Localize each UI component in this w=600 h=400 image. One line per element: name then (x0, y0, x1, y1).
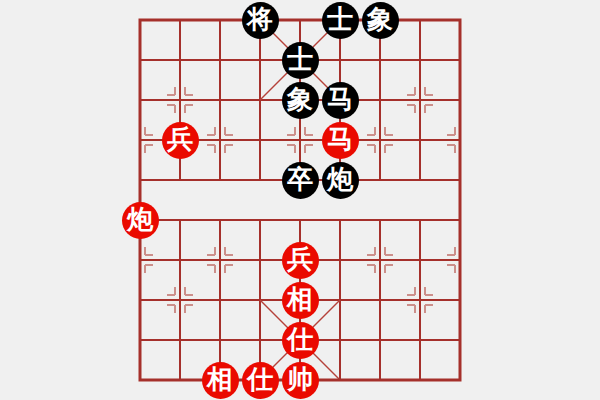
red-elephant-piece[interactable]: 相 (202, 362, 239, 399)
board-intersection[interactable]: 兵 (280, 240, 320, 280)
board-intersection[interactable] (240, 120, 280, 160)
board-intersection[interactable] (400, 360, 440, 400)
board-intersection[interactable] (120, 40, 160, 80)
board-intersection[interactable] (200, 0, 240, 40)
board-intersection[interactable] (200, 80, 240, 120)
board-intersection[interactable] (160, 280, 200, 320)
board-intersection[interactable]: 马 (320, 80, 360, 120)
black-general-piece[interactable]: 将 (242, 2, 279, 39)
board-intersection[interactable] (400, 200, 440, 240)
board-intersection[interactable]: 相 (280, 280, 320, 320)
board-intersection[interactable] (400, 80, 440, 120)
piece-glyph: 象 (287, 86, 313, 112)
board-intersection[interactable] (440, 360, 480, 400)
board-intersection[interactable] (200, 160, 240, 200)
piece-glyph: 马 (327, 126, 353, 152)
black-advisor-piece[interactable]: 士 (322, 2, 359, 39)
board-intersection[interactable] (400, 160, 440, 200)
board-intersection[interactable] (440, 320, 480, 360)
red-cannon-piece[interactable]: 炮 (122, 202, 159, 239)
piece-glyph: 马 (327, 86, 353, 112)
board-intersection[interactable]: 将 (240, 0, 280, 40)
board-intersection[interactable] (240, 200, 280, 240)
board-intersection[interactable] (240, 240, 280, 280)
board-intersection[interactable] (240, 280, 280, 320)
board-intersection[interactable] (400, 240, 440, 280)
piece-glyph: 帅 (287, 366, 313, 392)
board-intersection[interactable]: 卒 (280, 160, 320, 200)
board-intersection[interactable] (400, 280, 440, 320)
red-horse-piece[interactable]: 马 (322, 122, 359, 159)
board-intersection[interactable] (200, 320, 240, 360)
board-intersection[interactable] (440, 240, 480, 280)
piece-glyph: 兵 (167, 126, 193, 152)
black-cannon-piece[interactable]: 炮 (322, 162, 359, 199)
board-intersection[interactable] (160, 40, 200, 80)
board-intersection[interactable]: 帅 (280, 360, 320, 400)
board-intersection[interactable] (120, 240, 160, 280)
board-intersection[interactable] (360, 80, 400, 120)
board-intersection[interactable] (440, 80, 480, 120)
board-intersection[interactable] (200, 240, 240, 280)
board-intersection[interactable] (240, 160, 280, 200)
board-intersection[interactable]: 相 (200, 360, 240, 400)
black-advisor-piece[interactable]: 士 (282, 42, 319, 79)
board-intersection[interactable] (440, 160, 480, 200)
piece-glyph: 兵 (287, 246, 313, 272)
board-intersection[interactable] (200, 120, 240, 160)
piece-glyph: 士 (327, 6, 353, 32)
board-intersection[interactable] (280, 0, 320, 40)
board-intersection[interactable] (280, 200, 320, 240)
board-intersection[interactable] (240, 80, 280, 120)
board-intersection[interactable] (160, 200, 200, 240)
board-intersection[interactable] (320, 320, 360, 360)
board-intersection[interactable] (400, 320, 440, 360)
board-intersection[interactable]: 士 (320, 0, 360, 40)
board-intersection[interactable]: 象 (280, 80, 320, 120)
board-intersection[interactable] (160, 0, 200, 40)
board-intersection[interactable] (360, 360, 400, 400)
board-intersection[interactable] (440, 40, 480, 80)
board-intersection[interactable] (440, 200, 480, 240)
board-intersection[interactable] (120, 320, 160, 360)
board-intersection[interactable]: 兵 (160, 120, 200, 160)
board-intersection[interactable] (200, 280, 240, 320)
piece-glyph: 仕 (247, 366, 273, 392)
piece-glyph: 士 (287, 46, 313, 72)
board-intersection[interactable] (320, 200, 360, 240)
board-intersection[interactable] (200, 40, 240, 80)
board-intersection[interactable] (120, 160, 160, 200)
board-intersection[interactable]: 仕 (280, 320, 320, 360)
board-intersection[interactable] (120, 280, 160, 320)
board-intersection[interactable]: 象 (360, 0, 400, 40)
black-soldier-piece[interactable]: 卒 (282, 162, 319, 199)
board-intersection[interactable] (160, 320, 200, 360)
black-horse-piece[interactable]: 马 (322, 82, 359, 119)
board-intersection[interactable] (320, 360, 360, 400)
board-intersection[interactable] (160, 80, 200, 120)
board-intersection[interactable]: 炮 (320, 160, 360, 200)
black-elephant-piece[interactable]: 象 (362, 2, 399, 39)
black-elephant-piece[interactable]: 象 (282, 82, 319, 119)
red-soldier-piece[interactable]: 兵 (162, 122, 199, 159)
board-intersection[interactable] (160, 360, 200, 400)
piece-glyph: 相 (287, 286, 313, 312)
board-intersection[interactable] (120, 120, 160, 160)
piece-glyph: 仕 (287, 326, 313, 352)
xiangqi-screenshot: 将士象士象马兵马卒炮炮兵相仕相仕帅 (0, 0, 600, 400)
board-intersection[interactable] (360, 200, 400, 240)
board-intersection[interactable] (400, 40, 440, 80)
board-intersection[interactable] (320, 40, 360, 80)
board-intersection[interactable] (440, 0, 480, 40)
red-soldier-piece[interactable]: 兵 (282, 242, 319, 279)
red-elephant-piece[interactable]: 相 (282, 282, 319, 319)
board-intersection[interactable] (360, 120, 400, 160)
board-intersection[interactable] (360, 280, 400, 320)
board-intersection[interactable] (280, 120, 320, 160)
board-intersection[interactable] (160, 160, 200, 200)
board-intersection[interactable] (440, 280, 480, 320)
board-intersection[interactable] (200, 200, 240, 240)
board-intersection[interactable]: 仕 (240, 360, 280, 400)
board-intersection[interactable]: 士 (280, 40, 320, 80)
board-intersection[interactable] (360, 40, 400, 80)
board-intersection[interactable]: 炮 (120, 200, 160, 240)
board-intersection[interactable]: 马 (320, 120, 360, 160)
board-intersection[interactable] (160, 240, 200, 280)
board-intersection[interactable] (440, 120, 480, 160)
board-intersection[interactable] (120, 0, 160, 40)
red-advisor-piece[interactable]: 仕 (282, 322, 319, 359)
board-intersection[interactable] (320, 240, 360, 280)
board-intersection[interactable] (120, 80, 160, 120)
board-intersection[interactable] (400, 120, 440, 160)
board-intersection[interactable] (240, 40, 280, 80)
xiangqi-board-grid: 将士象士象马兵马卒炮炮兵相仕相仕帅 (120, 0, 480, 400)
piece-glyph: 象 (367, 6, 393, 32)
piece-glyph: 将 (247, 6, 273, 32)
piece-glyph: 炮 (127, 206, 153, 232)
red-advisor-piece[interactable]: 仕 (242, 362, 279, 399)
board-intersection[interactable] (360, 240, 400, 280)
board-intersection[interactable] (360, 320, 400, 360)
piece-glyph: 卒 (287, 166, 313, 192)
piece-glyph: 相 (207, 366, 233, 392)
board-intersection[interactable] (360, 160, 400, 200)
board-intersection[interactable] (320, 280, 360, 320)
board-intersection[interactable] (400, 0, 440, 40)
red-general-piece[interactable]: 帅 (282, 362, 319, 399)
piece-glyph: 炮 (327, 166, 353, 192)
board-intersection[interactable] (120, 360, 160, 400)
board-intersection[interactable] (240, 320, 280, 360)
